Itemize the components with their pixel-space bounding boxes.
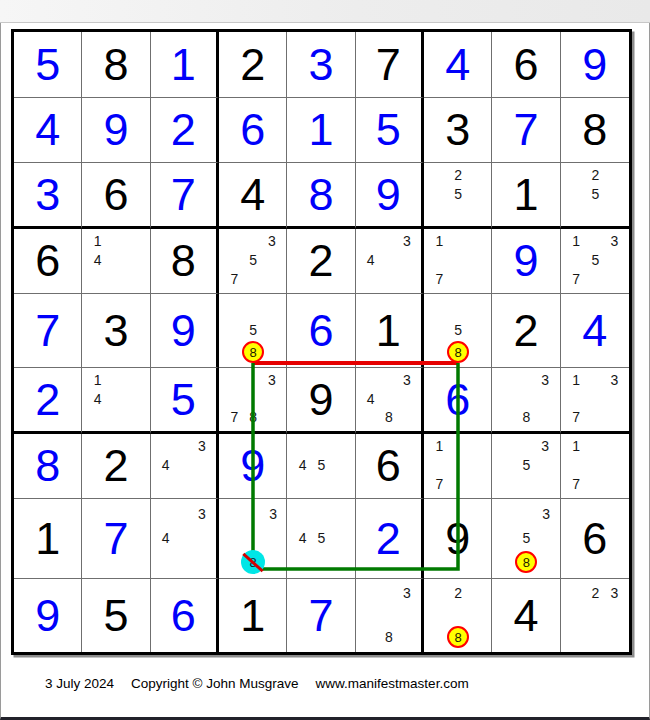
- cell-r1c7[interactable]: 4: [424, 32, 492, 98]
- candidate-4: 4: [157, 526, 175, 550]
- solved-digit: 2: [376, 516, 401, 561]
- cell-r9c3[interactable]: 6: [151, 579, 219, 652]
- cell-r4c8[interactable]: 9: [492, 229, 560, 295]
- solved-digit: 3: [103, 308, 128, 353]
- cell-r8c4[interactable]: 38: [219, 499, 287, 579]
- candidate-8: 8: [380, 408, 398, 427]
- pencilmarks: 45: [287, 499, 354, 578]
- footer-copyright: Copyright © John Musgrave: [131, 676, 299, 691]
- highlight-yellow-candidate-8: 8: [515, 551, 537, 573]
- candidate-7: 7: [430, 475, 449, 494]
- cell-r7c1[interactable]: 8: [14, 434, 82, 500]
- candidate-7: 7: [225, 408, 244, 427]
- solved-digit: 7: [103, 516, 128, 561]
- cell-r6c6[interactable]: 348: [356, 368, 424, 434]
- solved-digit: 9: [103, 107, 128, 152]
- highlight-yellow-candidate-8: 8: [447, 626, 469, 648]
- cell-r2c7[interactable]: 3: [424, 98, 492, 164]
- candidate-5: 5: [517, 456, 536, 475]
- candidate-3: 3: [605, 371, 624, 390]
- candidate-4: 4: [362, 251, 380, 270]
- pencilmarks: 14: [82, 368, 149, 431]
- cell-r2c8[interactable]: 7: [492, 98, 560, 164]
- cell-r5c2[interactable]: 3: [82, 294, 150, 368]
- solved-digit: 9: [171, 308, 196, 353]
- cell-r7c9[interactable]: 17: [561, 434, 629, 500]
- solved-digit: 9: [513, 238, 538, 283]
- cell-r2c9[interactable]: 8: [561, 98, 629, 164]
- cell-r7c5[interactable]: 45: [287, 434, 355, 500]
- cell-r8c7[interactable]: 9: [424, 499, 492, 579]
- candidate-5: 5: [449, 185, 468, 204]
- cell-r5c5[interactable]: 6: [287, 294, 355, 368]
- pencilmarks: 34: [356, 229, 421, 294]
- candidate-5: 5: [312, 456, 331, 475]
- candidate-1: 1: [567, 232, 586, 251]
- solved-digit: 1: [513, 172, 538, 217]
- candidate-8: 8: [517, 408, 536, 427]
- cell-r7c3[interactable]: 34: [151, 434, 219, 500]
- cell-r5c3[interactable]: 9: [151, 294, 219, 368]
- cell-r9c4[interactable]: 1: [219, 579, 287, 652]
- candidate-3: 3: [398, 582, 416, 604]
- cell-r3c9[interactable]: 25: [561, 163, 629, 229]
- pencilmarks: 23: [561, 579, 629, 652]
- cell-r4c4[interactable]: 357: [219, 229, 287, 295]
- cell-r5c9[interactable]: 4: [561, 294, 629, 368]
- solved-digit: 2: [35, 377, 60, 422]
- candidate-3: 3: [537, 502, 554, 526]
- pencilmarks: 38: [492, 368, 559, 431]
- highlight-yellow-candidate-8: 8: [242, 341, 264, 363]
- cell-r6c2[interactable]: 14: [82, 368, 150, 434]
- cell-r1c5[interactable]: 3: [287, 32, 355, 98]
- solved-digit: 9: [308, 377, 333, 422]
- cell-r8c1[interactable]: 1: [14, 499, 82, 579]
- pencilmarks: 45: [287, 434, 354, 499]
- pencilmarks: 14: [82, 229, 149, 294]
- cell-r3c7[interactable]: 25: [424, 163, 492, 229]
- candidate-3: 3: [263, 232, 282, 251]
- pencilmarks: 17: [561, 434, 629, 499]
- pencilmarks: 34: [151, 499, 216, 578]
- solved-digit: 9: [445, 516, 470, 561]
- candidate-2: 2: [447, 582, 469, 604]
- pencilmarks: 34: [151, 434, 216, 499]
- pencilmarks: 58: [219, 294, 286, 367]
- cell-r3c4[interactable]: 4: [219, 163, 287, 229]
- solved-digit: 1: [240, 593, 265, 638]
- candidate-2: 2: [586, 582, 605, 604]
- solved-digit: 9: [376, 172, 401, 217]
- footer-caption: 3 July 2024Copyright © John Musgravewww.…: [45, 676, 486, 691]
- solved-digit: 5: [376, 107, 401, 152]
- solved-digit: 9: [35, 593, 60, 638]
- solved-digit: 3: [308, 42, 333, 87]
- candidate-2: 2: [449, 166, 468, 185]
- cell-r8c6[interactable]: 2: [356, 499, 424, 579]
- candidate-8: 8: [244, 408, 263, 427]
- cell-r7c8[interactable]: 35: [492, 434, 560, 500]
- solved-digit: 6: [171, 593, 196, 638]
- solved-digit: 9: [582, 42, 607, 87]
- footer-date: 3 July 2024: [45, 676, 114, 691]
- solved-digit: 6: [445, 377, 470, 422]
- pencilmarks: 1357: [561, 229, 629, 294]
- candidate-1: 1: [567, 437, 586, 456]
- solved-digit: 7: [513, 107, 538, 152]
- cell-r9c2[interactable]: 5: [82, 579, 150, 652]
- candidate-7: 7: [567, 408, 586, 427]
- solved-digit: 6: [103, 172, 128, 217]
- candidate-2: 2: [586, 166, 605, 185]
- cell-r7c4[interactable]: 9: [219, 434, 287, 500]
- window-titlebar: [0, 0, 650, 23]
- cell-r9c7[interactable]: 28: [424, 579, 492, 652]
- cell-r1c8[interactable]: 6: [492, 32, 560, 98]
- candidate-8: 8: [380, 626, 398, 648]
- cell-r9c6[interactable]: 38: [356, 579, 424, 652]
- candidate-7: 7: [567, 475, 586, 494]
- cell-r9c8[interactable]: 4: [492, 579, 560, 652]
- solved-digit: 8: [35, 443, 60, 488]
- sudoku-board: 5812374694926153783674892512561483572341…: [11, 29, 632, 655]
- candidate-4: 4: [293, 456, 312, 475]
- pencilmarks: 348: [356, 368, 421, 431]
- cell-r7c2[interactable]: 2: [82, 434, 150, 500]
- solved-digit: 8: [171, 238, 196, 283]
- candidate-7: 7: [567, 270, 586, 289]
- cell-r7c6[interactable]: 6: [356, 434, 424, 500]
- pencilmarks: 17: [424, 229, 491, 294]
- footer-website: www.manifestmaster.com: [316, 676, 469, 691]
- solved-digit: 5: [35, 42, 60, 87]
- candidate-4: 4: [157, 456, 175, 475]
- candidate-3: 3: [605, 232, 624, 251]
- cell-r2c1[interactable]: 4: [14, 98, 82, 164]
- cell-r2c3[interactable]: 2: [151, 98, 219, 164]
- cell-r9c1[interactable]: 9: [14, 579, 82, 652]
- solved-digit: 6: [240, 107, 265, 152]
- pencilmarks: 17: [424, 434, 491, 499]
- solved-digit: 7: [376, 42, 401, 87]
- cell-r3c6[interactable]: 9: [356, 163, 424, 229]
- cell-r5c7[interactable]: 58: [424, 294, 492, 368]
- solved-digit: 6: [513, 42, 538, 87]
- cell-r8c2[interactable]: 7: [82, 499, 150, 579]
- cell-r6c5[interactable]: 9: [287, 368, 355, 434]
- cell-r1c4[interactable]: 2: [219, 32, 287, 98]
- cell-r6c7[interactable]: 6: [424, 368, 492, 434]
- cell-r3c2[interactable]: 6: [82, 163, 150, 229]
- candidate-3: 3: [398, 232, 416, 251]
- cell-r4c6[interactable]: 34: [356, 229, 424, 295]
- solved-digit: 4: [582, 308, 607, 353]
- candidate-7: 7: [430, 270, 449, 289]
- solved-digit: 5: [103, 593, 128, 638]
- candidate-4: 4: [88, 390, 107, 409]
- candidate-1: 1: [430, 232, 449, 251]
- solved-digit: 4: [240, 172, 265, 217]
- cell-r1c6[interactable]: 7: [356, 32, 424, 98]
- cell-r3c8[interactable]: 1: [492, 163, 560, 229]
- solved-digit: 2: [240, 42, 265, 87]
- cell-r5c6[interactable]: 1: [356, 294, 424, 368]
- candidate-3: 3: [263, 371, 282, 390]
- highlight-yellow-candidate-8: 8: [447, 341, 469, 363]
- candidate-3: 3: [536, 371, 555, 390]
- candidate-4: 4: [88, 251, 107, 270]
- cell-r8c9[interactable]: 6: [561, 499, 629, 579]
- cell-r1c9[interactable]: 9: [561, 32, 629, 98]
- solved-digit: 3: [445, 107, 470, 152]
- cell-r3c1[interactable]: 3: [14, 163, 82, 229]
- cell-r7c7[interactable]: 17: [424, 434, 492, 500]
- candidate-1: 1: [567, 371, 586, 390]
- cell-r6c8[interactable]: 38: [492, 368, 560, 434]
- candidate-5: 5: [447, 319, 469, 341]
- cell-r1c1[interactable]: 5: [14, 32, 82, 98]
- solved-digit: 1: [171, 42, 196, 87]
- candidate-7: 7: [225, 270, 244, 289]
- pencilmarks: 58: [424, 294, 491, 367]
- cell-r4c2[interactable]: 14: [82, 229, 150, 295]
- cell-r2c6[interactable]: 5: [356, 98, 424, 164]
- cell-r3c5[interactable]: 8: [287, 163, 355, 229]
- cell-r6c4[interactable]: 378: [219, 368, 287, 434]
- cell-r8c8[interactable]: 358: [492, 499, 560, 579]
- pencilmarks: 38: [219, 499, 286, 578]
- cell-r6c1[interactable]: 2: [14, 368, 82, 434]
- solved-digit: 7: [35, 308, 60, 353]
- pencilmarks: 358: [492, 499, 559, 578]
- solved-digit: 3: [35, 172, 60, 217]
- solved-digit: 8: [308, 172, 333, 217]
- candidate-4: 4: [293, 526, 312, 550]
- cell-r9c9[interactable]: 23: [561, 579, 629, 652]
- pencilmarks: 25: [424, 163, 491, 226]
- solved-digit: 2: [513, 308, 538, 353]
- cell-r3c3[interactable]: 7: [151, 163, 219, 229]
- candidate-5: 5: [244, 251, 263, 270]
- candidate-3: 3: [193, 437, 211, 456]
- cell-r4c3[interactable]: 8: [151, 229, 219, 295]
- solved-digit: 1: [376, 308, 401, 353]
- solved-digit: 2: [103, 443, 128, 488]
- candidate-3: 3: [398, 371, 416, 390]
- candidate-4: 4: [362, 390, 380, 409]
- cell-r9c5[interactable]: 7: [287, 579, 355, 652]
- solved-digit: 9: [240, 443, 265, 488]
- candidate-5: 5: [242, 319, 264, 341]
- solved-digit: 6: [582, 516, 607, 561]
- candidate-5: 5: [586, 251, 605, 270]
- candidate-1: 1: [88, 232, 107, 251]
- solved-digit: 7: [171, 172, 196, 217]
- candidate-5: 5: [515, 526, 537, 550]
- cell-r5c1[interactable]: 7: [14, 294, 82, 368]
- solved-digit: 8: [103, 42, 128, 87]
- cell-r8c3[interactable]: 34: [151, 499, 219, 579]
- solved-digit: 1: [308, 107, 333, 152]
- cell-r2c4[interactable]: 6: [219, 98, 287, 164]
- solved-digit: 4: [513, 593, 538, 638]
- pencilmarks: 137: [561, 368, 629, 431]
- cell-r5c4[interactable]: 58: [219, 294, 287, 368]
- solved-digit: 7: [308, 593, 333, 638]
- solved-digit: 4: [445, 42, 470, 87]
- candidate-1: 1: [430, 437, 449, 456]
- pencilmarks: 378: [219, 368, 286, 431]
- cell-r6c3[interactable]: 5: [151, 368, 219, 434]
- solved-digit: 6: [308, 308, 333, 353]
- pencilmarks: 38: [356, 579, 421, 652]
- candidate-5: 5: [312, 526, 331, 550]
- candidate-3: 3: [265, 502, 281, 526]
- solved-digit: 2: [171, 107, 196, 152]
- candidate-3: 3: [536, 437, 555, 456]
- solved-digit: 4: [35, 107, 60, 152]
- cell-r1c2[interactable]: 8: [82, 32, 150, 98]
- solved-digit: 6: [376, 443, 401, 488]
- cell-r4c7[interactable]: 17: [424, 229, 492, 295]
- solved-digit: 6: [35, 238, 60, 283]
- cell-r4c9[interactable]: 1357: [561, 229, 629, 295]
- cell-r2c5[interactable]: 1: [287, 98, 355, 164]
- candidate-3: 3: [605, 582, 624, 604]
- cell-r6c9[interactable]: 137: [561, 368, 629, 434]
- cell-r8c5[interactable]: 45: [287, 499, 355, 579]
- cell-r1c3[interactable]: 1: [151, 32, 219, 98]
- solved-digit: 1: [35, 516, 60, 561]
- solved-digit: 8: [582, 107, 607, 152]
- cell-r4c5[interactable]: 2: [287, 229, 355, 295]
- candidate-5: 5: [586, 185, 605, 204]
- solved-digit: 2: [308, 238, 333, 283]
- candidate-1: 1: [88, 371, 107, 390]
- cell-r2c2[interactable]: 9: [82, 98, 150, 164]
- pencilmarks: 25: [561, 163, 629, 226]
- pencilmarks: 28: [424, 579, 491, 652]
- cell-r4c1[interactable]: 6: [14, 229, 82, 295]
- pencilmarks: 357: [219, 229, 286, 294]
- cell-r5c8[interactable]: 2: [492, 294, 560, 368]
- pencilmarks: 35: [492, 434, 559, 499]
- candidate-3: 3: [193, 502, 211, 526]
- highlight-cyan-strike-candidate-8: 8: [241, 550, 265, 574]
- solved-digit: 5: [171, 377, 196, 422]
